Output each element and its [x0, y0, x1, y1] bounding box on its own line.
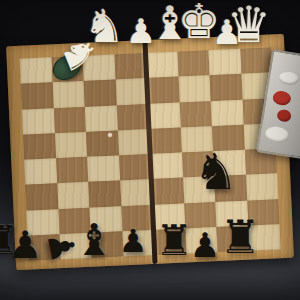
- board-square: [23, 133, 56, 160]
- black-pawn-3[interactable]: ♟: [119, 225, 148, 257]
- black-pawn-1[interactable]: ♟: [8, 226, 42, 264]
- board-square: [179, 101, 212, 128]
- board-square: [22, 108, 55, 135]
- board-square: [120, 179, 153, 206]
- board-square: [86, 130, 119, 157]
- board-square: [149, 127, 182, 154]
- board-square: [56, 157, 89, 184]
- board-square: [52, 81, 85, 108]
- board-square: [178, 75, 211, 102]
- board-square: [85, 105, 118, 132]
- board-square: [21, 83, 54, 110]
- board-square: [53, 106, 86, 133]
- spare-white-piece: [278, 71, 300, 87]
- black-knight[interactable]: ♞: [194, 147, 239, 197]
- board-square: [148, 102, 181, 129]
- black-pawn-4[interactable]: ♟: [190, 228, 220, 262]
- white-queen[interactable]: ♛: [227, 0, 272, 50]
- spare-red-piece: [272, 90, 292, 107]
- board-square: [150, 153, 183, 180]
- board-square: [87, 155, 120, 182]
- board-square: [147, 77, 180, 104]
- board-square: [119, 154, 152, 181]
- board-square: [114, 53, 147, 80]
- board-square: [246, 174, 279, 201]
- dust-speck: [108, 133, 112, 137]
- board-square: [88, 181, 121, 208]
- spare-red-piece: [276, 109, 292, 123]
- board-square: [177, 50, 210, 77]
- board-square: [146, 52, 179, 79]
- board-square: [57, 182, 90, 209]
- board-square: [25, 184, 58, 211]
- black-rook-2[interactable]: ♜: [155, 220, 193, 262]
- board-square: [24, 158, 57, 185]
- board-square: [116, 104, 149, 131]
- board-square: [117, 129, 150, 156]
- photo-scene: ♞♞♟♝♚♟♛♞♜♟♟♝♟♜♟♜: [0, 0, 300, 300]
- black-bishop[interactable]: ♝: [74, 218, 113, 262]
- board-square: [210, 74, 243, 101]
- board-square: [211, 99, 244, 126]
- board-square: [151, 178, 184, 205]
- board-square: [55, 132, 88, 159]
- black-rook-3[interactable]: ♜: [219, 214, 260, 260]
- board-square: [84, 80, 117, 107]
- board-square: [115, 78, 148, 105]
- white-knight-standing[interactable]: ♞: [83, 3, 124, 49]
- spare-white-piece: [264, 125, 290, 145]
- board-square: [20, 57, 53, 84]
